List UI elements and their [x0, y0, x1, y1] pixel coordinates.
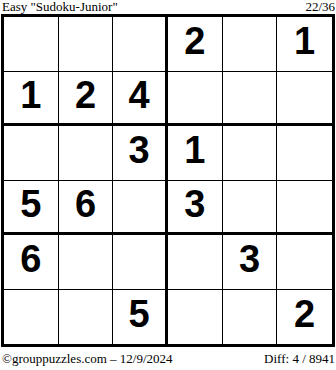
- cell-r4c3[interactable]: [113, 181, 168, 236]
- cell-r5c6[interactable]: [277, 235, 332, 290]
- cell-r2c3[interactable]: 4: [113, 72, 168, 127]
- cell-r5c3[interactable]: [113, 235, 168, 290]
- cell-r2c2[interactable]: 2: [59, 72, 114, 127]
- cell-r2c1[interactable]: 1: [4, 72, 59, 127]
- cell-r3c2[interactable]: [59, 126, 114, 181]
- cell-r1c4[interactable]: 2: [168, 17, 223, 72]
- cell-r6c1[interactable]: [4, 290, 59, 345]
- cell-r6c2[interactable]: [59, 290, 114, 345]
- copyright-text: ©grouppuzzles.com – 12/9/2024: [2, 352, 173, 366]
- difficulty-text: Diff: 4 / 8941: [264, 352, 335, 366]
- puzzle-page: Easy "Sudoku-Junior" 22/36 2112431563635…: [0, 0, 336, 370]
- cell-r3c1[interactable]: [4, 126, 59, 181]
- header: Easy "Sudoku-Junior" 22/36: [2, 0, 335, 13]
- cell-r2c6[interactable]: [277, 72, 332, 127]
- cell-r5c2[interactable]: [59, 235, 114, 290]
- sudoku-board: 21124315636352: [1, 14, 335, 347]
- cell-r2c4[interactable]: [168, 72, 223, 127]
- cell-r1c5[interactable]: [223, 17, 278, 72]
- cell-r4c6[interactable]: [277, 181, 332, 236]
- cell-r5c5[interactable]: 3: [223, 235, 278, 290]
- empty-cells-counter: 22/36: [305, 0, 335, 13]
- cell-r3c5[interactable]: [223, 126, 278, 181]
- cell-r6c3[interactable]: 5: [113, 290, 168, 345]
- cell-r1c2[interactable]: [59, 17, 114, 72]
- cell-r4c2[interactable]: 6: [59, 181, 114, 236]
- cell-r6c4[interactable]: [168, 290, 223, 345]
- cell-r4c4[interactable]: 3: [168, 181, 223, 236]
- cell-r1c6[interactable]: 1: [277, 17, 332, 72]
- footer: ©grouppuzzles.com – 12/9/2024 Diff: 4 / …: [2, 352, 335, 366]
- cell-r3c3[interactable]: 3: [113, 126, 168, 181]
- cell-r3c4[interactable]: 1: [168, 126, 223, 181]
- cell-r1c1[interactable]: [4, 17, 59, 72]
- cell-r5c4[interactable]: [168, 235, 223, 290]
- cell-r6c5[interactable]: [223, 290, 278, 345]
- puzzle-title: Easy "Sudoku-Junior": [2, 0, 118, 13]
- cell-r5c1[interactable]: 6: [4, 235, 59, 290]
- cell-r1c3[interactable]: [113, 17, 168, 72]
- cell-r6c6[interactable]: 2: [277, 290, 332, 345]
- cell-r4c5[interactable]: [223, 181, 278, 236]
- cell-r4c1[interactable]: 5: [4, 181, 59, 236]
- cell-r3c6[interactable]: [277, 126, 332, 181]
- cell-r2c5[interactable]: [223, 72, 278, 127]
